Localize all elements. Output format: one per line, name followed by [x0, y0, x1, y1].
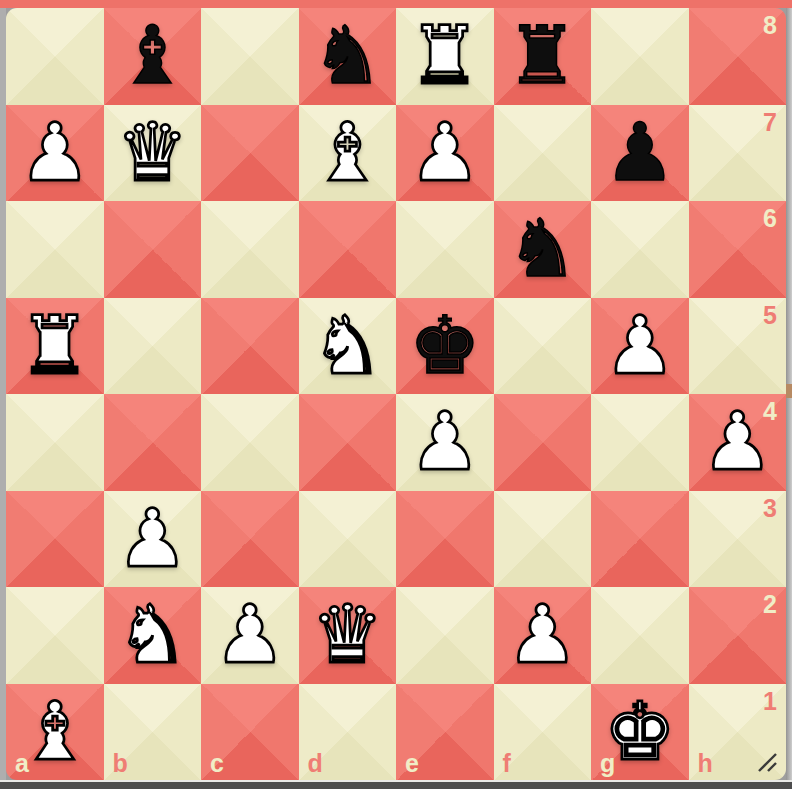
square-h4[interactable]: 4♟: [689, 394, 787, 491]
square-a7[interactable]: ♟: [6, 105, 104, 202]
square-f1[interactable]: f: [494, 684, 592, 781]
square-e1[interactable]: e: [396, 684, 494, 781]
square-g1[interactable]: g♚: [591, 684, 689, 781]
piece-white-pawn[interactable]: ♟: [409, 113, 481, 193]
square-e8[interactable]: ♜: [396, 8, 494, 105]
piece-black-pawn[interactable]: ♟: [604, 113, 676, 193]
square-e5[interactable]: ♚: [396, 298, 494, 395]
square-d8[interactable]: ♞: [299, 8, 397, 105]
square-b4[interactable]: [104, 394, 202, 491]
piece-white-knight[interactable]: ♞: [311, 306, 383, 386]
square-f2[interactable]: ♟: [494, 587, 592, 684]
square-e6[interactable]: [396, 201, 494, 298]
coord-rank-5: 5: [763, 303, 777, 328]
square-a2[interactable]: [6, 587, 104, 684]
square-c3[interactable]: [201, 491, 299, 588]
square-h7[interactable]: 7: [689, 105, 787, 202]
square-g7[interactable]: ♟: [591, 105, 689, 202]
resize-handle-icon[interactable]: [756, 751, 778, 773]
piece-white-knight[interactable]: ♞: [116, 595, 188, 675]
square-b6[interactable]: [104, 201, 202, 298]
square-d6[interactable]: [299, 201, 397, 298]
square-h5[interactable]: 5: [689, 298, 787, 395]
square-b7[interactable]: ♛: [104, 105, 202, 202]
piece-white-pawn[interactable]: ♟: [19, 113, 91, 193]
page-top-strip: [0, 0, 792, 8]
coord-file-h: h: [698, 751, 713, 776]
coord-rank-6: 6: [763, 206, 777, 231]
square-b1[interactable]: b: [104, 684, 202, 781]
square-c2[interactable]: ♟: [201, 587, 299, 684]
square-g4[interactable]: [591, 394, 689, 491]
coord-file-e: e: [405, 751, 419, 776]
square-b8[interactable]: ♝: [104, 8, 202, 105]
chess-board[interactable]: ♝♞♜♜8♟♛♝♟♟7♞6♜♞♚♟5♟4♟♟3♞♟♛♟2a♝bcdefg♚1h: [6, 8, 786, 780]
piece-white-pawn[interactable]: ♟: [116, 499, 188, 579]
square-a4[interactable]: [6, 394, 104, 491]
square-g8[interactable]: [591, 8, 689, 105]
square-a1[interactable]: a♝: [6, 684, 104, 781]
square-a5[interactable]: ♜: [6, 298, 104, 395]
square-c4[interactable]: [201, 394, 299, 491]
piece-black-bishop[interactable]: ♝: [116, 16, 188, 96]
square-d2[interactable]: ♛: [299, 587, 397, 684]
coord-file-d: d: [308, 751, 323, 776]
piece-white-pawn[interactable]: ♟: [604, 306, 676, 386]
square-f8[interactable]: ♜: [494, 8, 592, 105]
square-f6[interactable]: ♞: [494, 201, 592, 298]
coord-file-c: c: [210, 751, 224, 776]
square-b3[interactable]: ♟: [104, 491, 202, 588]
piece-black-knight[interactable]: ♞: [506, 209, 578, 289]
piece-black-rook[interactable]: ♜: [506, 16, 578, 96]
square-h6[interactable]: 6: [689, 201, 787, 298]
square-h2[interactable]: 2: [689, 587, 787, 684]
piece-white-king[interactable]: ♚: [604, 692, 676, 772]
square-e3[interactable]: [396, 491, 494, 588]
square-e2[interactable]: [396, 587, 494, 684]
square-d3[interactable]: [299, 491, 397, 588]
square-a3[interactable]: [6, 491, 104, 588]
square-h8[interactable]: 8: [689, 8, 787, 105]
square-b5[interactable]: [104, 298, 202, 395]
square-c1[interactable]: c: [201, 684, 299, 781]
piece-white-pawn[interactable]: ♟: [409, 402, 481, 482]
coord-rank-2: 2: [763, 592, 777, 617]
piece-white-queen[interactable]: ♛: [116, 113, 188, 193]
square-f4[interactable]: [494, 394, 592, 491]
piece-white-bishop[interactable]: ♝: [19, 692, 91, 772]
square-h3[interactable]: 3: [689, 491, 787, 588]
piece-white-pawn[interactable]: ♟: [506, 595, 578, 675]
square-a6[interactable]: [6, 201, 104, 298]
square-c6[interactable]: [201, 201, 299, 298]
coord-rank-1: 1: [763, 689, 777, 714]
square-g2[interactable]: [591, 587, 689, 684]
square-d4[interactable]: [299, 394, 397, 491]
square-f5[interactable]: [494, 298, 592, 395]
square-a8[interactable]: [6, 8, 104, 105]
piece-white-pawn[interactable]: ♟: [701, 402, 773, 482]
square-f7[interactable]: [494, 105, 592, 202]
piece-white-rook[interactable]: ♜: [19, 306, 91, 386]
square-g6[interactable]: [591, 201, 689, 298]
square-e4[interactable]: ♟: [396, 394, 494, 491]
square-f3[interactable]: [494, 491, 592, 588]
square-c7[interactable]: [201, 105, 299, 202]
square-e7[interactable]: ♟: [396, 105, 494, 202]
square-g3[interactable]: [591, 491, 689, 588]
coord-rank-3: 3: [763, 496, 777, 521]
square-g5[interactable]: ♟: [591, 298, 689, 395]
piece-white-rook[interactable]: ♜: [409, 16, 481, 96]
piece-white-pawn[interactable]: ♟: [214, 595, 286, 675]
square-d1[interactable]: d: [299, 684, 397, 781]
piece-black-king[interactable]: ♚: [409, 306, 481, 386]
coord-file-b: b: [113, 751, 128, 776]
coord-rank-8: 8: [763, 13, 777, 38]
coord-rank-7: 7: [763, 110, 777, 135]
square-c8[interactable]: [201, 8, 299, 105]
square-c5[interactable]: [201, 298, 299, 395]
piece-black-knight[interactable]: ♞: [311, 16, 383, 96]
coord-file-f: f: [503, 751, 511, 776]
piece-white-queen[interactable]: ♛: [311, 595, 383, 675]
square-b2[interactable]: ♞: [104, 587, 202, 684]
square-d7[interactable]: ♝: [299, 105, 397, 202]
page-bottom-strip: [0, 782, 792, 789]
piece-white-bishop[interactable]: ♝: [311, 113, 383, 193]
square-d5[interactable]: ♞: [299, 298, 397, 395]
